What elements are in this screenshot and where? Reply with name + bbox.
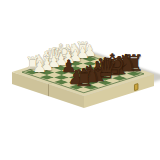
fold-seam (48, 84, 49, 96)
piece-brown-rook-a8[interactable]: ♜ (74, 67, 94, 89)
brass-clasp-icon (134, 83, 138, 91)
piece-white-pawn-a2[interactable]: ♟ (33, 59, 47, 75)
product-photo-canvas: ♜♞♝♛♚♝♞♜♟♟♟♟♟♟♟♟♟♟♟♟♟♟♟♟♜♞♝♛♚♝♞♜ (0, 0, 160, 160)
